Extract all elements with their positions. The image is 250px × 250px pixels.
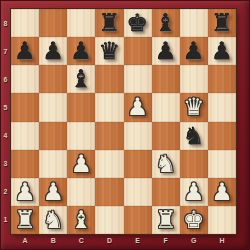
black-pawn[interactable]: ♟: [14, 37, 36, 65]
square-f4[interactable]: [152, 122, 180, 150]
square-a1[interactable]: ♜: [11, 206, 39, 234]
rank-label-4: 4: [0, 122, 11, 150]
white-pawn[interactable]: ♟: [211, 178, 233, 206]
black-pawn[interactable]: ♟: [211, 37, 233, 65]
black-king[interactable]: ♚: [127, 9, 149, 37]
square-c7[interactable]: ♟: [67, 37, 95, 65]
square-d2[interactable]: [95, 178, 123, 206]
square-b5[interactable]: [39, 93, 67, 121]
rank-labels: 87654321: [0, 9, 11, 234]
square-b3[interactable]: [39, 150, 67, 178]
file-labels: ABCDEFGH: [11, 233, 236, 248]
square-a7[interactable]: ♟: [11, 37, 39, 65]
file-label-f: F: [152, 233, 180, 248]
rank-label-6: 6: [0, 65, 11, 93]
square-f6[interactable]: [152, 65, 180, 93]
square-e6[interactable]: [124, 65, 152, 93]
square-f5[interactable]: [152, 93, 180, 121]
square-c2[interactable]: [67, 178, 95, 206]
square-e4[interactable]: [124, 122, 152, 150]
square-e3[interactable]: [124, 150, 152, 178]
white-king[interactable]: ♚: [183, 206, 205, 234]
square-f1[interactable]: ♜: [152, 206, 180, 234]
white-pawn[interactable]: ♟: [14, 178, 36, 206]
square-b7[interactable]: ♟: [39, 37, 67, 65]
black-rook[interactable]: ♜: [99, 9, 121, 37]
square-h6[interactable]: [208, 65, 236, 93]
square-d8[interactable]: ♜: [95, 9, 123, 37]
square-c8[interactable]: [67, 9, 95, 37]
square-b6[interactable]: [39, 65, 67, 93]
square-c3[interactable]: ♟: [67, 150, 95, 178]
square-b4[interactable]: [39, 122, 67, 150]
white-queen[interactable]: ♛: [183, 93, 205, 121]
white-rook[interactable]: ♜: [155, 206, 177, 234]
white-knight[interactable]: ♞: [155, 150, 177, 178]
square-h2[interactable]: ♟: [208, 178, 236, 206]
square-f8[interactable]: ♝: [152, 9, 180, 37]
square-d7[interactable]: ♛: [95, 37, 123, 65]
rank-label-5: 5: [0, 93, 11, 121]
square-h4[interactable]: [208, 122, 236, 150]
file-label-g: G: [180, 233, 208, 248]
square-g8[interactable]: [180, 9, 208, 37]
square-f7[interactable]: ♟: [152, 37, 180, 65]
square-e7[interactable]: [124, 37, 152, 65]
square-a5[interactable]: [11, 93, 39, 121]
square-h5[interactable]: [208, 93, 236, 121]
file-label-d: D: [95, 233, 123, 248]
square-c4[interactable]: [67, 122, 95, 150]
black-knight[interactable]: ♞: [183, 122, 205, 150]
white-knight[interactable]: ♞: [42, 206, 64, 234]
black-pawn[interactable]: ♟: [71, 37, 93, 65]
square-g5[interactable]: ♛: [180, 93, 208, 121]
rank-label-3: 3: [0, 150, 11, 178]
white-bishop[interactable]: ♝: [71, 206, 93, 234]
square-e2[interactable]: [124, 178, 152, 206]
chess-board-frame: 87654321 ♜♚♝♜♟♟♟♛♟♟♟♝♟♛♞♟♞♟♟♟♟♜♞♝♜♚ ABCD…: [0, 0, 250, 250]
square-e8[interactable]: ♚: [124, 9, 152, 37]
square-h3[interactable]: [208, 150, 236, 178]
square-e5[interactable]: ♟: [124, 93, 152, 121]
square-g2[interactable]: ♟: [180, 178, 208, 206]
square-b1[interactable]: ♞: [39, 206, 67, 234]
square-g3[interactable]: [180, 150, 208, 178]
square-h7[interactable]: ♟: [208, 37, 236, 65]
rank-label-7: 7: [0, 37, 11, 65]
square-c1[interactable]: ♝: [67, 206, 95, 234]
black-pawn[interactable]: ♟: [155, 37, 177, 65]
rank-label-1: 1: [0, 206, 11, 234]
square-g7[interactable]: ♟: [180, 37, 208, 65]
square-g1[interactable]: ♚: [180, 206, 208, 234]
white-pawn[interactable]: ♟: [71, 150, 93, 178]
white-pawn[interactable]: ♟: [42, 178, 64, 206]
square-c6[interactable]: ♝: [67, 65, 95, 93]
file-label-e: E: [124, 233, 152, 248]
square-a2[interactable]: ♟: [11, 178, 39, 206]
black-pawn[interactable]: ♟: [42, 37, 64, 65]
black-bishop[interactable]: ♝: [71, 65, 93, 93]
black-rook[interactable]: ♜: [211, 9, 233, 37]
square-d6[interactable]: [95, 65, 123, 93]
rank-label-8: 8: [0, 9, 11, 37]
square-b2[interactable]: ♟: [39, 178, 67, 206]
file-label-b: B: [39, 233, 67, 248]
square-d1[interactable]: [95, 206, 123, 234]
white-rook[interactable]: ♜: [14, 206, 36, 234]
square-b8[interactable]: [39, 9, 67, 37]
rank-label-2: 2: [0, 178, 11, 206]
square-g4[interactable]: ♞: [180, 122, 208, 150]
square-a4[interactable]: [11, 122, 39, 150]
square-a8[interactable]: [11, 9, 39, 37]
square-f2[interactable]: [152, 178, 180, 206]
chess-board: ♜♚♝♜♟♟♟♛♟♟♟♝♟♛♞♟♞♟♟♟♟♜♞♝♜♚: [11, 9, 236, 234]
black-queen[interactable]: ♛: [99, 37, 121, 65]
square-d4[interactable]: [95, 122, 123, 150]
file-label-c: C: [67, 233, 95, 248]
black-pawn[interactable]: ♟: [183, 37, 205, 65]
square-f3[interactable]: ♞: [152, 150, 180, 178]
square-d5[interactable]: [95, 93, 123, 121]
square-a3[interactable]: [11, 150, 39, 178]
file-label-h: H: [208, 233, 236, 248]
square-h8[interactable]: ♜: [208, 9, 236, 37]
black-bishop[interactable]: ♝: [155, 9, 177, 37]
square-d3[interactable]: [95, 150, 123, 178]
square-g6[interactable]: [180, 65, 208, 93]
square-c5[interactable]: [67, 93, 95, 121]
square-e1[interactable]: [124, 206, 152, 234]
square-a6[interactable]: [11, 65, 39, 93]
file-label-a: A: [11, 233, 39, 248]
square-h1[interactable]: [208, 206, 236, 234]
white-pawn[interactable]: ♟: [183, 178, 205, 206]
white-pawn[interactable]: ♟: [127, 93, 149, 121]
